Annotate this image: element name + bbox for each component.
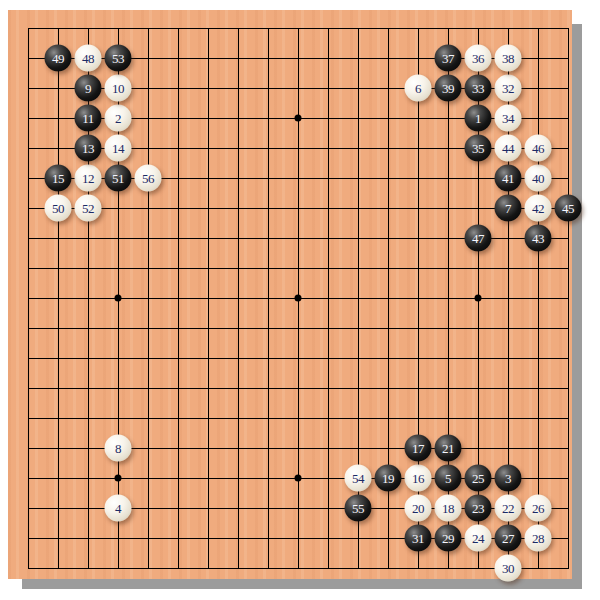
move-number: 31 <box>412 532 424 545</box>
move-number: 37 <box>442 52 454 65</box>
stone-black-19: 19 <box>375 465 402 492</box>
stone-black-3: 3 <box>495 465 522 492</box>
stone-black-21: 21 <box>435 435 462 462</box>
stone-black-17: 17 <box>405 435 432 462</box>
move-number: 11 <box>82 112 94 125</box>
stone-white-2: 2 <box>105 105 132 132</box>
hoshi-point <box>115 295 122 302</box>
move-number: 23 <box>472 502 484 515</box>
stone-white-34: 34 <box>495 105 522 132</box>
stone-black-25: 25 <box>465 465 492 492</box>
stone-white-52: 52 <box>75 195 102 222</box>
stone-white-38: 38 <box>495 45 522 72</box>
move-number: 45 <box>562 202 574 215</box>
stone-black-5: 5 <box>435 465 462 492</box>
move-number: 34 <box>502 112 514 125</box>
move-number: 16 <box>412 472 424 485</box>
move-number: 22 <box>502 502 514 515</box>
move-number: 28 <box>532 532 544 545</box>
stone-white-54: 54 <box>345 465 372 492</box>
stone-black-53: 53 <box>105 45 132 72</box>
hoshi-point <box>295 295 302 302</box>
move-number: 44 <box>502 142 514 155</box>
move-number: 20 <box>412 502 424 515</box>
stone-black-9: 9 <box>75 75 102 102</box>
stone-black-35: 35 <box>465 135 492 162</box>
stone-white-16: 16 <box>405 465 432 492</box>
move-number: 55 <box>352 502 364 515</box>
go-board[interactable]: 1234567891011121314151617181920212223242… <box>8 10 572 579</box>
move-number: 43 <box>532 232 544 245</box>
hoshi-point <box>295 115 302 122</box>
stone-black-37: 37 <box>435 45 462 72</box>
stone-black-27: 27 <box>495 525 522 552</box>
stone-black-51: 51 <box>105 165 132 192</box>
move-number: 36 <box>472 52 484 65</box>
move-number: 42 <box>532 202 544 215</box>
stone-black-31: 31 <box>405 525 432 552</box>
stone-black-47: 47 <box>465 225 492 252</box>
move-number: 47 <box>472 232 484 245</box>
stone-white-6: 6 <box>405 75 432 102</box>
stone-white-24: 24 <box>465 525 492 552</box>
move-number: 48 <box>82 52 94 65</box>
move-number: 32 <box>502 82 514 95</box>
stone-white-22: 22 <box>495 495 522 522</box>
stone-white-28: 28 <box>525 525 552 552</box>
move-number: 41 <box>502 172 514 185</box>
stone-black-13: 13 <box>75 135 102 162</box>
stone-white-12: 12 <box>75 165 102 192</box>
move-number: 39 <box>442 82 454 95</box>
stone-black-43: 43 <box>525 225 552 252</box>
stone-white-50: 50 <box>45 195 72 222</box>
stone-white-56: 56 <box>135 165 162 192</box>
move-number: 51 <box>112 172 124 185</box>
move-number: 12 <box>82 172 94 185</box>
stone-white-36: 36 <box>465 45 492 72</box>
move-number: 14 <box>112 142 124 155</box>
move-number: 40 <box>532 172 544 185</box>
move-number: 3 <box>505 472 511 485</box>
stone-white-20: 20 <box>405 495 432 522</box>
move-number: 21 <box>442 442 454 455</box>
hoshi-point <box>295 475 302 482</box>
stone-white-44: 44 <box>495 135 522 162</box>
stone-white-18: 18 <box>435 495 462 522</box>
move-number: 18 <box>442 502 454 515</box>
move-number: 49 <box>52 52 64 65</box>
move-number: 38 <box>502 52 514 65</box>
stone-white-48: 48 <box>75 45 102 72</box>
stone-white-14: 14 <box>105 135 132 162</box>
move-number: 52 <box>82 202 94 215</box>
move-number: 29 <box>442 532 454 545</box>
move-number: 7 <box>505 202 511 215</box>
move-number: 30 <box>502 562 514 575</box>
move-number: 6 <box>415 82 421 95</box>
move-number: 50 <box>52 202 64 215</box>
move-number: 1 <box>475 112 481 125</box>
move-number: 13 <box>82 142 94 155</box>
move-number: 35 <box>472 142 484 155</box>
move-number: 8 <box>115 442 121 455</box>
hoshi-point <box>115 475 122 482</box>
move-number: 9 <box>85 82 91 95</box>
move-number: 24 <box>472 532 484 545</box>
move-number: 15 <box>52 172 64 185</box>
move-number: 33 <box>472 82 484 95</box>
stone-black-33: 33 <box>465 75 492 102</box>
move-number: 5 <box>445 472 451 485</box>
move-number: 25 <box>472 472 484 485</box>
go-diagram-page: 1234567891011121314151617181920212223242… <box>0 0 600 600</box>
move-number: 17 <box>412 442 424 455</box>
stone-white-4: 4 <box>105 495 132 522</box>
move-number: 4 <box>115 502 121 515</box>
stone-white-26: 26 <box>525 495 552 522</box>
stone-black-39: 39 <box>435 75 462 102</box>
stone-black-45: 45 <box>555 195 582 222</box>
stone-white-10: 10 <box>105 75 132 102</box>
move-number: 19 <box>382 472 394 485</box>
move-number: 26 <box>532 502 544 515</box>
stone-white-32: 32 <box>495 75 522 102</box>
move-number: 2 <box>115 112 121 125</box>
stone-black-29: 29 <box>435 525 462 552</box>
move-number: 27 <box>502 532 514 545</box>
stone-black-41: 41 <box>495 165 522 192</box>
stone-black-55: 55 <box>345 495 372 522</box>
move-number: 54 <box>352 472 364 485</box>
stone-white-46: 46 <box>525 135 552 162</box>
hoshi-point <box>475 295 482 302</box>
stone-white-40: 40 <box>525 165 552 192</box>
stone-black-23: 23 <box>465 495 492 522</box>
stone-black-1: 1 <box>465 105 492 132</box>
stone-black-49: 49 <box>45 45 72 72</box>
move-number: 56 <box>142 172 154 185</box>
move-number: 10 <box>112 82 124 95</box>
move-number: 46 <box>532 142 544 155</box>
stone-white-8: 8 <box>105 435 132 462</box>
stone-white-30: 30 <box>495 555 522 582</box>
move-number: 53 <box>112 52 124 65</box>
stone-white-42: 42 <box>525 195 552 222</box>
stone-black-7: 7 <box>495 195 522 222</box>
stone-black-15: 15 <box>45 165 72 192</box>
stone-black-11: 11 <box>75 105 102 132</box>
